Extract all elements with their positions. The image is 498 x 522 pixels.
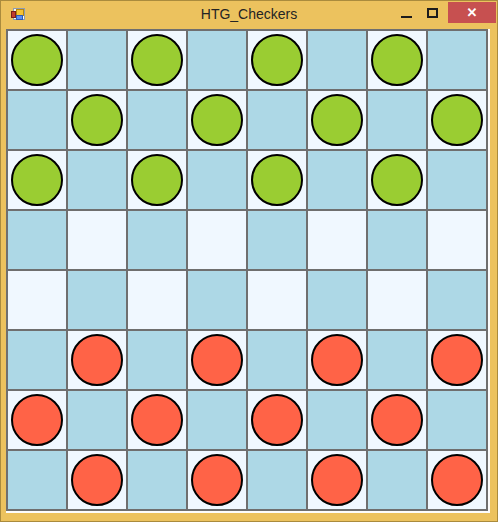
square-5-7[interactable] [428, 331, 486, 389]
app-window: HTG_Checkers ✕ [0, 0, 498, 522]
red-checker[interactable] [251, 394, 303, 446]
square-3-4[interactable] [248, 211, 306, 269]
square-4-4[interactable] [248, 271, 306, 329]
square-2-3[interactable] [188, 151, 246, 209]
green-checker[interactable] [11, 34, 63, 86]
square-7-0[interactable] [8, 451, 66, 509]
square-4-5[interactable] [308, 271, 366, 329]
square-2-7[interactable] [428, 151, 486, 209]
square-6-4[interactable] [248, 391, 306, 449]
square-7-6[interactable] [368, 451, 426, 509]
square-5-3[interactable] [188, 331, 246, 389]
green-checker[interactable] [371, 34, 423, 86]
square-2-4[interactable] [248, 151, 306, 209]
square-5-1[interactable] [68, 331, 126, 389]
window-client-area [6, 29, 490, 513]
green-checker[interactable] [311, 94, 363, 146]
green-checker[interactable] [431, 94, 483, 146]
green-checker[interactable] [71, 94, 123, 146]
square-2-2[interactable] [128, 151, 186, 209]
close-button[interactable]: ✕ [448, 2, 496, 23]
square-0-4[interactable] [248, 31, 306, 89]
square-6-1[interactable] [68, 391, 126, 449]
square-3-7[interactable] [428, 211, 486, 269]
square-1-2[interactable] [128, 91, 186, 149]
square-4-1[interactable] [68, 271, 126, 329]
square-4-3[interactable] [188, 271, 246, 329]
square-6-6[interactable] [368, 391, 426, 449]
square-5-6[interactable] [368, 331, 426, 389]
green-checker[interactable] [131, 154, 183, 206]
red-checker[interactable] [431, 334, 483, 386]
square-3-6[interactable] [368, 211, 426, 269]
square-7-2[interactable] [128, 451, 186, 509]
square-0-5[interactable] [308, 31, 366, 89]
red-checker[interactable] [311, 334, 363, 386]
square-5-0[interactable] [8, 331, 66, 389]
square-7-1[interactable] [68, 451, 126, 509]
close-icon: ✕ [467, 5, 478, 20]
square-1-3[interactable] [188, 91, 246, 149]
square-5-4[interactable] [248, 331, 306, 389]
square-5-2[interactable] [128, 331, 186, 389]
square-0-7[interactable] [428, 31, 486, 89]
square-0-0[interactable] [8, 31, 66, 89]
square-2-0[interactable] [8, 151, 66, 209]
square-3-3[interactable] [188, 211, 246, 269]
square-6-5[interactable] [308, 391, 366, 449]
square-3-2[interactable] [128, 211, 186, 269]
red-checker[interactable] [311, 454, 363, 506]
square-6-0[interactable] [8, 391, 66, 449]
square-3-0[interactable] [8, 211, 66, 269]
red-checker[interactable] [191, 334, 243, 386]
red-checker[interactable] [131, 394, 183, 446]
square-6-3[interactable] [188, 391, 246, 449]
app-icon[interactable] [10, 7, 26, 23]
square-5-5[interactable] [308, 331, 366, 389]
red-checker[interactable] [371, 394, 423, 446]
square-1-1[interactable] [68, 91, 126, 149]
red-checker[interactable] [11, 394, 63, 446]
red-checker[interactable] [431, 454, 483, 506]
square-6-7[interactable] [428, 391, 486, 449]
square-1-5[interactable] [308, 91, 366, 149]
square-1-6[interactable] [368, 91, 426, 149]
square-7-5[interactable] [308, 451, 366, 509]
square-4-6[interactable] [368, 271, 426, 329]
square-4-0[interactable] [8, 271, 66, 329]
square-1-4[interactable] [248, 91, 306, 149]
maximize-icon [427, 8, 438, 18]
green-checker[interactable] [371, 154, 423, 206]
title-bar[interactable]: HTG_Checkers ✕ [1, 1, 497, 29]
square-2-1[interactable] [68, 151, 126, 209]
minimize-icon [401, 16, 412, 18]
square-7-7[interactable] [428, 451, 486, 509]
square-0-2[interactable] [128, 31, 186, 89]
square-7-4[interactable] [248, 451, 306, 509]
red-checker[interactable] [191, 454, 243, 506]
green-checker[interactable] [131, 34, 183, 86]
minimize-button[interactable] [393, 2, 419, 23]
square-0-6[interactable] [368, 31, 426, 89]
square-1-0[interactable] [8, 91, 66, 149]
green-checker[interactable] [11, 154, 63, 206]
square-3-5[interactable] [308, 211, 366, 269]
square-3-1[interactable] [68, 211, 126, 269]
square-2-6[interactable] [368, 151, 426, 209]
square-2-5[interactable] [308, 151, 366, 209]
red-checker[interactable] [71, 454, 123, 506]
red-checker[interactable] [71, 334, 123, 386]
square-4-2[interactable] [128, 271, 186, 329]
square-1-7[interactable] [428, 91, 486, 149]
board [6, 29, 488, 511]
square-7-3[interactable] [188, 451, 246, 509]
square-4-7[interactable] [428, 271, 486, 329]
maximize-button[interactable] [419, 2, 445, 23]
square-0-1[interactable] [68, 31, 126, 89]
green-checker[interactable] [251, 34, 303, 86]
green-checker[interactable] [251, 154, 303, 206]
square-0-3[interactable] [188, 31, 246, 89]
square-6-2[interactable] [128, 391, 186, 449]
green-checker[interactable] [191, 94, 243, 146]
